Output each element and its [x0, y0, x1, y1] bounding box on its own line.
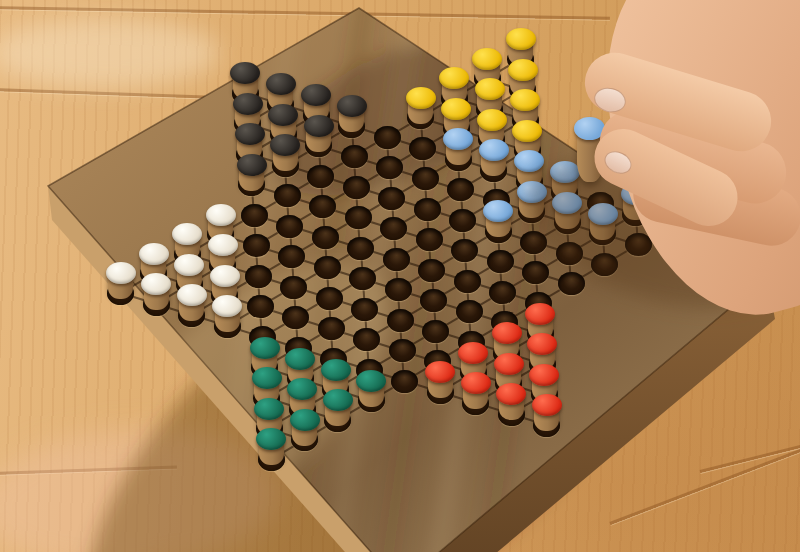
hole-r10-c3[interactable]	[278, 245, 305, 268]
peg-yellow-r4-c3[interactable]	[477, 109, 507, 131]
hole-r7-c9[interactable]	[520, 231, 547, 254]
peg-green-r14-c2[interactable]	[285, 348, 315, 370]
peg-red-r12-c11[interactable]	[494, 353, 524, 375]
peg-white-r13-c1[interactable]	[106, 262, 136, 284]
peg-black-r5-c2[interactable]	[266, 73, 296, 95]
hole-r6-c5[interactable]	[376, 156, 403, 179]
hole-r9-c7[interactable]	[454, 270, 481, 293]
peg-yellow-r2-c1[interactable]	[472, 48, 502, 70]
peg-blue-r5-c8[interactable]	[479, 139, 509, 161]
hole-r11-c5[interactable]	[316, 287, 343, 310]
hole-r8-c2[interactable]	[274, 184, 301, 207]
peg-blue-r5-c10[interactable]	[550, 161, 580, 183]
peg-yellow-r4-c2[interactable]	[441, 98, 471, 120]
hole-r10-c6[interactable]	[385, 278, 412, 301]
peg-red-r13-c11[interactable]	[461, 372, 491, 394]
hole-r10-c2[interactable]	[243, 234, 270, 257]
peg-green-r15-c3[interactable]	[323, 389, 353, 411]
photo-scene	[0, 0, 800, 552]
peg-yellow-r4-c1[interactable]	[406, 87, 436, 109]
hole-r12-c6[interactable]	[318, 317, 345, 340]
peg-blue-r5-c12[interactable]	[621, 183, 651, 205]
hole-r8-c5[interactable]	[380, 217, 407, 240]
hole-r8-c6[interactable]	[416, 228, 443, 251]
hole-r5-c13[interactable]	[658, 214, 685, 237]
hole-r11-c8[interactable]	[422, 320, 449, 343]
peg-yellow-r3-c3[interactable]	[510, 89, 540, 111]
peg-white-r11-c2[interactable]	[208, 234, 238, 256]
peg-black-r5-c4[interactable]	[337, 95, 367, 117]
hole-r7-c3[interactable]	[307, 165, 334, 188]
peg-yellow-r3-c1[interactable]	[439, 67, 469, 89]
peg-red-r11-c10[interactable]	[492, 322, 522, 344]
hole-r7-c11[interactable]	[591, 253, 618, 276]
peg-black-r7-c2[interactable]	[270, 134, 300, 156]
hole-r8-c10[interactable]	[558, 272, 585, 295]
peg-blue-r6-c9[interactable]	[517, 181, 547, 203]
peg-red-r12-c12[interactable]	[529, 364, 559, 386]
peg-black-r6-c3[interactable]	[304, 115, 334, 137]
hole-r10-c8[interactable]	[456, 300, 483, 323]
peg-red-r13-c12[interactable]	[496, 383, 526, 405]
hole-r7-c5[interactable]	[378, 187, 405, 210]
hole-r6-c7[interactable]	[447, 178, 474, 201]
hole-r9-c8[interactable]	[489, 281, 516, 304]
hole-r6-c12[interactable]	[625, 233, 652, 256]
peg-white-r10-c1[interactable]	[206, 204, 236, 226]
hole-r8-c9[interactable]	[522, 261, 549, 284]
hole-r10-c7[interactable]	[420, 289, 447, 312]
peg-blue-r7-c8[interactable]	[483, 200, 513, 222]
peg-yellow-r1-c1[interactable]	[506, 28, 536, 50]
hole-r13-c9[interactable]	[391, 370, 418, 393]
peg-black-r7-c1[interactable]	[235, 123, 265, 145]
hole-r8-c8[interactable]	[487, 250, 514, 273]
peg-white-r12-c1[interactable]	[139, 243, 169, 265]
peg-green-r17-c1[interactable]	[256, 428, 286, 450]
hole-r8-c7[interactable]	[451, 239, 478, 262]
peg-green-r16-c1[interactable]	[254, 398, 284, 420]
peg-white-r12-c3[interactable]	[210, 265, 240, 287]
peg-green-r16-c2[interactable]	[290, 409, 320, 431]
peg-green-r14-c4[interactable]	[356, 370, 386, 392]
hole-r6-c6[interactable]	[412, 167, 439, 190]
hole-r12-c5[interactable]	[282, 306, 309, 329]
peg-white-r12-c2[interactable]	[174, 254, 204, 276]
hole-r9-c2[interactable]	[276, 215, 303, 238]
hole-r9-c6[interactable]	[418, 259, 445, 282]
hole-r7-c4[interactable]	[343, 176, 370, 199]
peg-yellow-r3-c2[interactable]	[475, 78, 505, 100]
hole-r11-c7[interactable]	[387, 309, 414, 332]
peg-yellow-r4-c4[interactable]	[512, 120, 542, 142]
peg-red-r13-c10[interactable]	[425, 361, 455, 383]
peg-black-r6-c1[interactable]	[233, 93, 263, 115]
hole-r12-c8[interactable]	[389, 339, 416, 362]
peg-white-r13-c4[interactable]	[212, 295, 242, 317]
peg-white-r13-c2[interactable]	[141, 273, 171, 295]
hole-r9-c1[interactable]	[241, 204, 268, 227]
hole-r5-c5[interactable]	[374, 126, 401, 149]
peg-black-r6-c2[interactable]	[268, 104, 298, 126]
hole-r7-c6[interactable]	[414, 198, 441, 221]
peg-red-r13-c13[interactable]	[532, 394, 562, 416]
hole-r7-c7[interactable]	[449, 209, 476, 232]
hole-r11-c3[interactable]	[245, 265, 272, 288]
hole-r8-c3[interactable]	[309, 195, 336, 218]
peg-blue-r6-c10[interactable]	[552, 192, 582, 214]
hole-r11-c4[interactable]	[280, 276, 307, 299]
hole-r7-c10[interactable]	[556, 242, 583, 265]
hole-r10-c4[interactable]	[314, 256, 341, 279]
hole-r11-c6[interactable]	[351, 298, 378, 321]
peg-yellow-r2-c2[interactable]	[508, 59, 538, 81]
hole-r8-c4[interactable]	[345, 206, 372, 229]
peg-black-r8-c1[interactable]	[237, 154, 267, 176]
hole-r6-c4[interactable]	[341, 145, 368, 168]
hole-r5-c6[interactable]	[409, 137, 436, 160]
hole-r9-c3[interactable]	[312, 226, 339, 249]
hole-r10-c5[interactable]	[349, 267, 376, 290]
peg-red-r10-c10[interactable]	[525, 303, 555, 325]
peg-green-r14-c3[interactable]	[321, 359, 351, 381]
peg-blue-r6-c11[interactable]	[588, 203, 618, 225]
peg-green-r15-c1[interactable]	[252, 367, 282, 389]
hole-r9-c4[interactable]	[347, 237, 374, 260]
hole-r12-c4[interactable]	[247, 295, 274, 318]
hole-r9-c5[interactable]	[383, 248, 410, 271]
peg-white-r13-c3[interactable]	[177, 284, 207, 306]
peg-grid	[0, 0, 800, 552]
peg-green-r14-c1[interactable]	[250, 337, 280, 359]
peg-red-r12-c10[interactable]	[458, 342, 488, 364]
hole-r12-c7[interactable]	[353, 328, 380, 351]
